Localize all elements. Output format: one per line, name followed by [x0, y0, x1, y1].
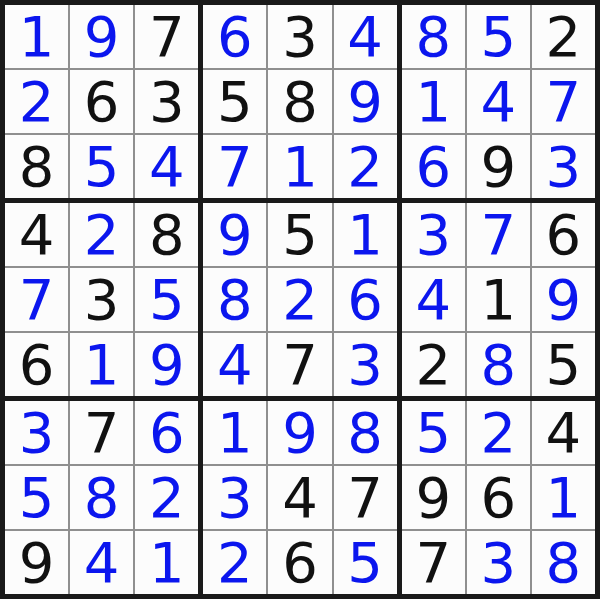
cell-r1c5[interactable]: 3 — [268, 5, 331, 68]
cell-r9c9[interactable]: 8 — [532, 531, 595, 594]
cell-r4c5[interactable]: 5 — [268, 203, 331, 266]
cell-r8c7[interactable]: 9 — [402, 466, 465, 529]
cell-r1c1[interactable]: 1 — [5, 5, 68, 68]
cell-r1c6[interactable]: 4 — [334, 5, 397, 68]
cell-r9c1[interactable]: 9 — [5, 531, 68, 594]
cell-r7c4[interactable]: 1 — [203, 401, 266, 464]
cell-r5c1[interactable]: 7 — [5, 268, 68, 331]
cell-r1c8[interactable]: 5 — [467, 5, 530, 68]
cell-r4c2[interactable]: 2 — [70, 203, 133, 266]
cell-r7c7[interactable]: 5 — [402, 401, 465, 464]
cell-r9c7[interactable]: 7 — [402, 531, 465, 594]
cell-r5c8[interactable]: 1 — [467, 268, 530, 331]
cell-r2c2[interactable]: 6 — [70, 70, 133, 133]
cell-r4c6[interactable]: 1 — [334, 203, 397, 266]
cell-r7c1[interactable]: 3 — [5, 401, 68, 464]
cell-r7c5[interactable]: 9 — [268, 401, 331, 464]
cell-r3c2[interactable]: 5 — [70, 135, 133, 198]
cell-r9c5[interactable]: 6 — [268, 531, 331, 594]
cell-r5c3[interactable]: 5 — [135, 268, 198, 331]
block-2: 634589712 — [203, 5, 396, 198]
cell-r1c9[interactable]: 2 — [532, 5, 595, 68]
cell-r3c6[interactable]: 2 — [334, 135, 397, 198]
cell-r4c4[interactable]: 9 — [203, 203, 266, 266]
cell-r6c4[interactable]: 4 — [203, 333, 266, 396]
cell-r2c5[interactable]: 8 — [268, 70, 331, 133]
cell-r3c7[interactable]: 6 — [402, 135, 465, 198]
cell-r2c3[interactable]: 3 — [135, 70, 198, 133]
cell-r6c3[interactable]: 9 — [135, 333, 198, 396]
block-9: 524961738 — [402, 401, 595, 594]
block-1: 197263854 — [5, 5, 198, 198]
cell-r3c9[interactable]: 3 — [532, 135, 595, 198]
cell-r1c7[interactable]: 8 — [402, 5, 465, 68]
cell-r9c6[interactable]: 5 — [334, 531, 397, 594]
cell-r7c6[interactable]: 8 — [334, 401, 397, 464]
cell-r4c9[interactable]: 6 — [532, 203, 595, 266]
cell-r2c8[interactable]: 4 — [467, 70, 530, 133]
cell-r8c2[interactable]: 8 — [70, 466, 133, 529]
cell-r2c6[interactable]: 9 — [334, 70, 397, 133]
cell-r5c2[interactable]: 3 — [70, 268, 133, 331]
cell-r7c2[interactable]: 7 — [70, 401, 133, 464]
cell-r3c3[interactable]: 4 — [135, 135, 198, 198]
cell-r5c7[interactable]: 4 — [402, 268, 465, 331]
cell-r1c2[interactable]: 9 — [70, 5, 133, 68]
cell-r6c5[interactable]: 7 — [268, 333, 331, 396]
cell-r8c8[interactable]: 6 — [467, 466, 530, 529]
cell-r8c4[interactable]: 3 — [203, 466, 266, 529]
cell-r5c9[interactable]: 9 — [532, 268, 595, 331]
cell-r7c8[interactable]: 2 — [467, 401, 530, 464]
cell-r7c9[interactable]: 4 — [532, 401, 595, 464]
cell-r8c5[interactable]: 4 — [268, 466, 331, 529]
cell-r2c1[interactable]: 2 — [5, 70, 68, 133]
cell-r8c3[interactable]: 2 — [135, 466, 198, 529]
cell-r3c1[interactable]: 8 — [5, 135, 68, 198]
cell-r8c1[interactable]: 5 — [5, 466, 68, 529]
cell-r6c7[interactable]: 2 — [402, 333, 465, 396]
cell-r6c1[interactable]: 6 — [5, 333, 68, 396]
cell-r6c9[interactable]: 5 — [532, 333, 595, 396]
block-6: 376419285 — [402, 203, 595, 396]
cell-r2c7[interactable]: 1 — [402, 70, 465, 133]
cell-r1c4[interactable]: 6 — [203, 5, 266, 68]
cell-r1c3[interactable]: 7 — [135, 5, 198, 68]
cell-r3c4[interactable]: 7 — [203, 135, 266, 198]
cell-r8c6[interactable]: 7 — [334, 466, 397, 529]
cell-r2c4[interactable]: 5 — [203, 70, 266, 133]
cell-r9c8[interactable]: 3 — [467, 531, 530, 594]
block-4: 428735619 — [5, 203, 198, 396]
cell-r5c6[interactable]: 6 — [334, 268, 397, 331]
cell-r3c8[interactable]: 9 — [467, 135, 530, 198]
block-5: 951826473 — [203, 203, 396, 396]
sudoku-board: 1972638546345897128521476934287356199518… — [0, 0, 600, 599]
cell-r3c5[interactable]: 1 — [268, 135, 331, 198]
cell-r7c3[interactable]: 6 — [135, 401, 198, 464]
block-8: 198347265 — [203, 401, 396, 594]
cell-r9c2[interactable]: 4 — [70, 531, 133, 594]
block-7: 376582941 — [5, 401, 198, 594]
block-3: 852147693 — [402, 5, 595, 198]
cell-r4c3[interactable]: 8 — [135, 203, 198, 266]
cell-r4c7[interactable]: 3 — [402, 203, 465, 266]
cell-r5c4[interactable]: 8 — [203, 268, 266, 331]
cell-r4c1[interactable]: 4 — [5, 203, 68, 266]
cell-r5c5[interactable]: 2 — [268, 268, 331, 331]
cell-r2c9[interactable]: 7 — [532, 70, 595, 133]
cell-r4c8[interactable]: 7 — [467, 203, 530, 266]
cell-r6c6[interactable]: 3 — [334, 333, 397, 396]
cell-r9c3[interactable]: 1 — [135, 531, 198, 594]
cell-r6c2[interactable]: 1 — [70, 333, 133, 396]
cell-r9c4[interactable]: 2 — [203, 531, 266, 594]
cell-r6c8[interactable]: 8 — [467, 333, 530, 396]
cell-r8c9[interactable]: 1 — [532, 466, 595, 529]
